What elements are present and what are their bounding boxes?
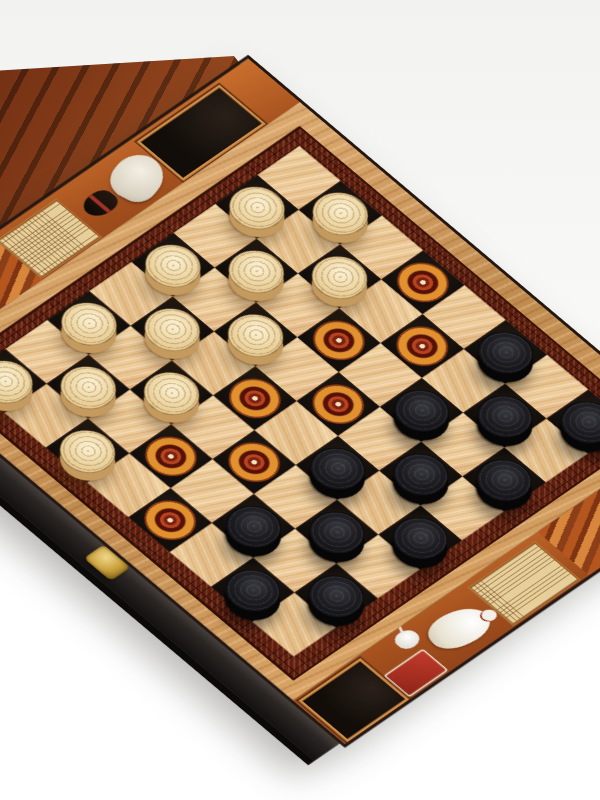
- robed-figure-art: [419, 601, 499, 655]
- teapot-art: [390, 627, 424, 653]
